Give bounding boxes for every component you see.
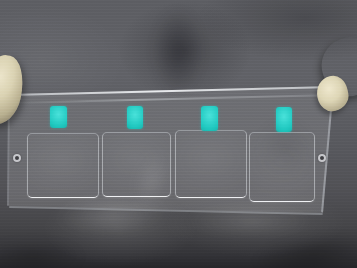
fabric-wrinkle-highlight — [57, 195, 169, 237]
right-glove-fingertip-bump — [314, 73, 352, 114]
fabric-wrinkle-shadow — [152, 8, 204, 96]
photo-stage — [0, 0, 357, 268]
fabric-wrinkle-shadow — [246, 227, 357, 268]
fabric-wrinkle-highlight — [185, 205, 315, 237]
teal-tab-2 — [127, 106, 143, 129]
film-top-edge — [10, 86, 334, 96]
film-hole-right — [318, 154, 326, 162]
film-well-3 — [175, 130, 247, 198]
film-top-edge-reflection — [10, 94, 334, 103]
fabric-wrinkle-shadow — [0, 242, 82, 268]
right-glove-fingertip — [314, 31, 357, 104]
film-left-edge — [8, 94, 10, 206]
film-right-edge — [322, 86, 334, 213]
teal-tab-4 — [276, 107, 292, 132]
teal-tab-3 — [201, 106, 218, 131]
film-hole-left — [13, 154, 21, 162]
teal-tab-1 — [50, 106, 67, 128]
left-glove-fingertip — [0, 52, 29, 129]
film-well-4 — [249, 132, 315, 202]
film-well-2 — [102, 132, 171, 197]
film-bottom-edge — [9, 206, 323, 214]
film-well-1 — [27, 133, 99, 198]
